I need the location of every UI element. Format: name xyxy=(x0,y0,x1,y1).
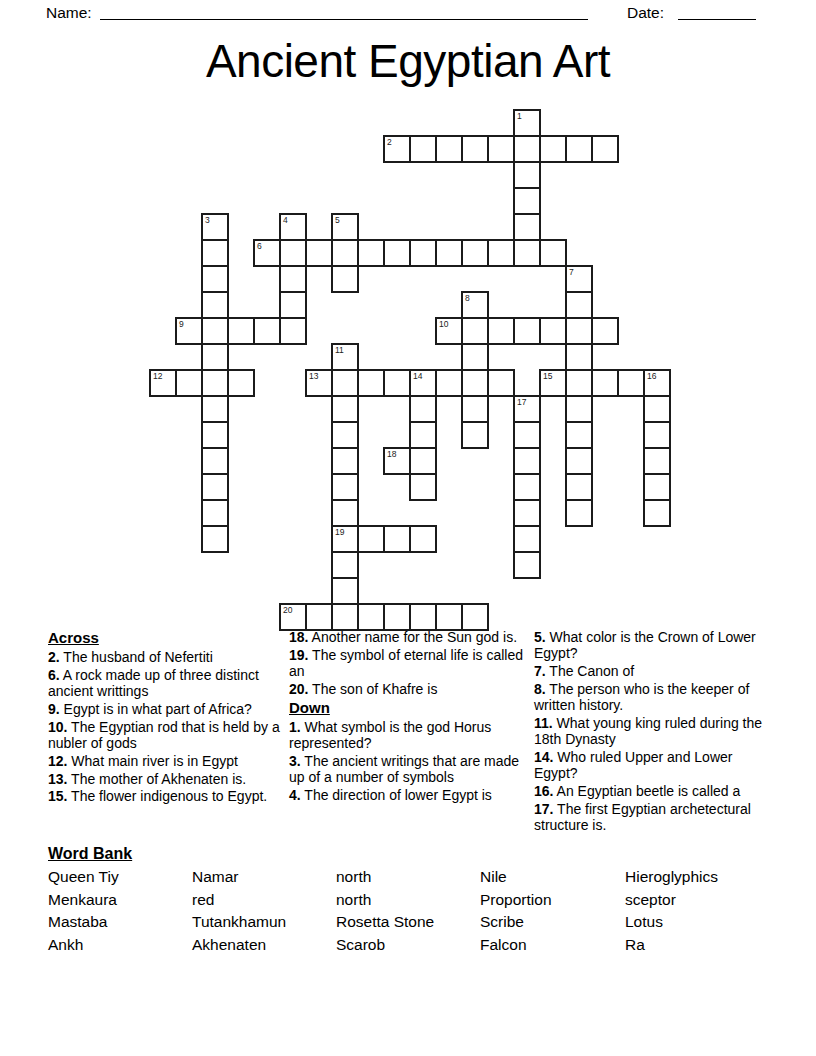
clue-number-18: 18 xyxy=(387,449,396,459)
grid-cell-r8c15[interactable] xyxy=(539,317,567,345)
grid-cell-r12c7[interactable] xyxy=(331,421,359,449)
word-bank-item-r2c0: Mastaba xyxy=(48,913,192,936)
grid-cell-r14c2[interactable] xyxy=(201,473,229,501)
grid-cell-r7c5[interactable] xyxy=(279,291,307,319)
grid-cell-r5c9[interactable] xyxy=(383,239,411,267)
grid-cell-r8c3[interactable] xyxy=(227,317,255,345)
grid-cell-r19c5[interactable]: 20 xyxy=(279,603,307,631)
word-bank-item-r3c3: Falcon xyxy=(480,936,625,959)
grid-cell-r1c14[interactable] xyxy=(513,135,541,163)
grid-cell-r18c7[interactable] xyxy=(331,577,359,605)
word-bank-item-r0c3: Nile xyxy=(480,868,625,891)
grid-cell-r5c4[interactable]: 6 xyxy=(253,239,281,267)
grid-cell-r5c10[interactable] xyxy=(409,239,437,267)
clue-number-2: 2 xyxy=(387,137,392,147)
grid-cell-r2c14[interactable] xyxy=(513,161,541,189)
grid-cell-r1c11[interactable] xyxy=(435,135,463,163)
grid-cell-r5c5[interactable] xyxy=(279,239,307,267)
grid-cell-r0c14[interactable]: 1 xyxy=(513,109,541,137)
grid-cell-r19c9[interactable] xyxy=(383,603,411,631)
clue-down-7: 7. The Canon of xyxy=(534,663,772,679)
grid-cell-r10c11[interactable] xyxy=(435,369,463,397)
clues-column-down: 5. What color is the Crown of Lower Egyp… xyxy=(534,629,772,835)
grid-cell-r3c14[interactable] xyxy=(513,187,541,215)
grid-cell-r1c17[interactable] xyxy=(591,135,619,163)
clue-down-4: 4. The direction of lower Egypt is xyxy=(289,787,527,803)
clue-number-1: 1 xyxy=(517,111,522,121)
clue-across-6: 6. A rock made up of three distinct anci… xyxy=(48,667,280,700)
name-label: Name: xyxy=(46,4,92,22)
date-label: Date: xyxy=(627,4,664,22)
grid-cell-r15c19[interactable] xyxy=(643,499,671,527)
grid-cell-r10c17[interactable] xyxy=(591,369,619,397)
grid-cell-r16c8[interactable] xyxy=(357,525,385,553)
grid-cell-r10c12[interactable] xyxy=(461,369,489,397)
grid-cell-r15c14[interactable] xyxy=(513,499,541,527)
clue-number-3: 3 xyxy=(205,215,210,225)
clue-number-20: 20 xyxy=(283,605,292,615)
grid-cell-r10c19[interactable]: 16 xyxy=(643,369,671,397)
grid-cell-r1c15[interactable] xyxy=(539,135,567,163)
clue-down-14: 14. Who ruled Upper and Lower Egypt? xyxy=(534,749,772,782)
grid-cell-r4c2[interactable]: 3 xyxy=(201,213,229,241)
clue-down-1: 1. What symbol is the god Horus represen… xyxy=(289,719,527,752)
grid-cell-r16c2[interactable] xyxy=(201,525,229,553)
clue-across-9: 9. Egypt is in what part of Africa? xyxy=(48,701,280,717)
grid-cell-r16c10[interactable] xyxy=(409,525,437,553)
grid-cell-r10c18[interactable] xyxy=(617,369,645,397)
clue-across-13: 13. The mother of Akhenaten is. xyxy=(48,771,280,787)
grid-cell-r12c12[interactable] xyxy=(461,421,489,449)
grid-cell-r10c0[interactable]: 12 xyxy=(149,369,177,397)
word-bank-label: Word Bank xyxy=(48,845,132,863)
clue-number-13: 13 xyxy=(309,371,318,381)
grid-cell-r5c2[interactable] xyxy=(201,239,229,267)
grid-cell-r8c17[interactable] xyxy=(591,317,619,345)
word-bank-item-r1c0: Menkaura xyxy=(48,891,192,914)
grid-cell-r8c12[interactable] xyxy=(461,317,489,345)
clue-number-7: 7 xyxy=(569,267,574,277)
grid-cell-r10c13[interactable] xyxy=(487,369,515,397)
grid-cell-r7c12[interactable]: 8 xyxy=(461,291,489,319)
grid-cell-r8c1[interactable]: 9 xyxy=(175,317,203,345)
grid-cell-r6c5[interactable] xyxy=(279,265,307,293)
clue-down-8: 8. The person who is the keeper of writt… xyxy=(534,681,772,714)
grid-cell-r10c3[interactable] xyxy=(227,369,255,397)
word-bank-item-r1c1: red xyxy=(192,891,336,914)
clue-number-12: 12 xyxy=(153,371,162,381)
grid-cell-r12c19[interactable] xyxy=(643,421,671,449)
grid-cell-r5c8[interactable] xyxy=(357,239,385,267)
grid-cell-r10c7[interactable] xyxy=(331,369,359,397)
grid-cell-r10c9[interactable] xyxy=(383,369,411,397)
clue-down-5: 5. What color is the Crown of Lower Egyp… xyxy=(534,629,772,662)
grid-cell-r8c13[interactable] xyxy=(487,317,515,345)
grid-cell-r13c2[interactable] xyxy=(201,447,229,475)
word-bank-item-r2c3: Scribe xyxy=(480,913,625,936)
grid-cell-r4c5[interactable]: 4 xyxy=(279,213,307,241)
grid-cell-r5c13[interactable] xyxy=(487,239,515,267)
grid-cell-r6c2[interactable] xyxy=(201,265,229,293)
grid-cell-r11c19[interactable] xyxy=(643,395,671,423)
across-header: Across xyxy=(48,629,280,646)
grid-cell-r1c9[interactable]: 2 xyxy=(383,135,411,163)
grid-cell-r9c16[interactable] xyxy=(565,343,593,371)
clue-number-17: 17 xyxy=(517,397,526,407)
grid-cell-r19c12[interactable] xyxy=(461,603,489,631)
grid-cell-r16c7[interactable]: 19 xyxy=(331,525,359,553)
clue-number-5: 5 xyxy=(335,215,340,225)
grid-cell-r1c16[interactable] xyxy=(565,135,593,163)
grid-cell-r1c12[interactable] xyxy=(461,135,489,163)
grid-cell-r13c14[interactable] xyxy=(513,447,541,475)
grid-cell-r5c15[interactable] xyxy=(539,239,567,267)
word-bank-item-r0c1: Namar xyxy=(192,868,336,891)
grid-cell-r13c10[interactable] xyxy=(409,447,437,475)
grid-cell-r19c7[interactable] xyxy=(331,603,359,631)
clue-number-16: 16 xyxy=(647,371,656,381)
clue-across-2: 2. The husband of Nefertiti xyxy=(48,649,280,665)
clue-number-15: 15 xyxy=(543,371,552,381)
clue-down-11: 11. What young king ruled during the 18t… xyxy=(534,715,772,748)
grid-cell-r15c2[interactable] xyxy=(201,499,229,527)
clue-across-12: 12. What main river is in Egypt xyxy=(48,753,280,769)
grid-cell-r10c16[interactable] xyxy=(565,369,593,397)
grid-cell-r9c2[interactable] xyxy=(201,343,229,371)
word-bank-item-r0c4: Hieroglyphics xyxy=(625,868,765,891)
grid-cell-r8c11[interactable]: 10 xyxy=(435,317,463,345)
word-bank-item-r2c2: Rosetta Stone xyxy=(336,913,480,936)
grid-cell-r8c16[interactable] xyxy=(565,317,593,345)
grid-cell-r15c16[interactable] xyxy=(565,499,593,527)
grid-cell-r10c2[interactable] xyxy=(201,369,229,397)
grid-cell-r12c16[interactable] xyxy=(565,421,593,449)
date-input-line[interactable] xyxy=(678,3,756,20)
grid-cell-r17c7[interactable] xyxy=(331,551,359,579)
grid-cell-r5c14[interactable] xyxy=(513,239,541,267)
name-input-line[interactable] xyxy=(100,3,588,20)
grid-cell-r11c16[interactable] xyxy=(565,395,593,423)
grid-cell-r16c9[interactable] xyxy=(383,525,411,553)
grid-cell-r19c8[interactable] xyxy=(357,603,385,631)
clue-down-3: 3. The ancient writings that are made up… xyxy=(289,753,527,786)
grid-cell-r8c4[interactable] xyxy=(253,317,281,345)
grid-cell-r11c7[interactable] xyxy=(331,395,359,423)
grid-cell-r1c13[interactable] xyxy=(487,135,515,163)
grid-cell-r11c14[interactable]: 17 xyxy=(513,395,541,423)
grid-cell-r14c19[interactable] xyxy=(643,473,671,501)
grid-cell-r10c15[interactable]: 15 xyxy=(539,369,567,397)
grid-cell-r19c10[interactable] xyxy=(409,603,437,631)
grid-cell-r5c7[interactable] xyxy=(331,239,359,267)
grid-cell-r6c16[interactable]: 7 xyxy=(565,265,593,293)
grid-cell-r10c10[interactable]: 14 xyxy=(409,369,437,397)
clue-across-19: 19. The symbol of eternal life is called… xyxy=(289,647,527,680)
word-bank-item-r3c1: Akhenaten xyxy=(192,936,336,959)
word-bank-item-r0c2: north xyxy=(336,868,480,891)
grid-cell-r5c12[interactable] xyxy=(461,239,489,267)
clues-column-middle: 18. Another name for the Sun god is.19. … xyxy=(289,629,527,805)
grid-cell-r16c14[interactable] xyxy=(513,525,541,553)
grid-cell-r4c14[interactable] xyxy=(513,213,541,241)
grid-cell-r8c5[interactable] xyxy=(279,317,307,345)
clue-number-8: 8 xyxy=(465,293,470,303)
grid-cell-r14c14[interactable] xyxy=(513,473,541,501)
grid-cell-r7c2[interactable] xyxy=(201,291,229,319)
grid-cell-r15c7[interactable] xyxy=(331,499,359,527)
grid-cell-r12c10[interactable] xyxy=(409,421,437,449)
word-bank-item-r3c4: Ra xyxy=(625,936,765,959)
clue-number-6: 6 xyxy=(257,241,262,251)
clue-number-4: 4 xyxy=(283,215,288,225)
word-bank-item-r1c3: Proportion xyxy=(480,891,625,914)
clue-number-10: 10 xyxy=(439,319,448,329)
grid-cell-r11c2[interactable] xyxy=(201,395,229,423)
grid-cell-r4c7[interactable]: 5 xyxy=(331,213,359,241)
grid-cell-r14c10[interactable] xyxy=(409,473,437,501)
clue-across-18: 18. Another name for the Sun god is. xyxy=(289,629,527,645)
grid-cell-r5c6[interactable] xyxy=(305,239,333,267)
puzzle-title: Ancient Egyptian Art xyxy=(0,34,816,88)
grid-cell-r7c16[interactable] xyxy=(565,291,593,319)
clue-number-9: 9 xyxy=(179,319,184,329)
grid-cell-r13c9[interactable]: 18 xyxy=(383,447,411,475)
word-bank-item-r2c4: Lotus xyxy=(625,913,765,936)
grid-cell-r8c2[interactable] xyxy=(201,317,229,345)
grid-cell-r8c14[interactable] xyxy=(513,317,541,345)
clue-across-20: 20. The son of Khafre is xyxy=(289,681,527,697)
clue-across-15: 15. The flower indigenous to Egypt. xyxy=(48,788,280,804)
grid-cell-r17c14[interactable] xyxy=(513,551,541,579)
grid-cell-r13c7[interactable] xyxy=(331,447,359,475)
grid-cell-r19c6[interactable] xyxy=(305,603,333,631)
grid-cell-r9c7[interactable]: 11 xyxy=(331,343,359,371)
word-bank-item-r2c1: Tutankhamun xyxy=(192,913,336,936)
word-bank-item-r1c4: sceptor xyxy=(625,891,765,914)
grid-cell-r10c1[interactable] xyxy=(175,369,203,397)
word-bank-item-r0c0: Queen Tiy xyxy=(48,868,192,891)
word-bank-words: Queen TiyNamarnorthNileHieroglyphicsMenk… xyxy=(48,868,765,958)
word-bank-item-r3c0: Ankh xyxy=(48,936,192,959)
clue-number-14: 14 xyxy=(413,371,422,381)
grid-cell-r19c11[interactable] xyxy=(435,603,463,631)
clue-down-17: 17. The first Egyptian archetectural str… xyxy=(534,801,772,834)
clues-column-across: Across2. The husband of Nefertiti6. A ro… xyxy=(48,629,280,806)
down-header: Down xyxy=(289,699,527,716)
grid-cell-r12c2[interactable] xyxy=(201,421,229,449)
grid-cell-r1c10[interactable] xyxy=(409,135,437,163)
grid-cell-r13c16[interactable] xyxy=(565,447,593,475)
clue-number-11: 11 xyxy=(335,345,344,355)
clue-down-16: 16. An Egyptian beetle is called a xyxy=(534,783,772,799)
word-bank-item-r1c2: north xyxy=(336,891,480,914)
grid-cell-r13c19[interactable] xyxy=(643,447,671,475)
crossword-grid[interactable]: 1234567891011121314151617181920 xyxy=(150,110,672,632)
grid-cell-r12c14[interactable] xyxy=(513,421,541,449)
clue-number-19: 19 xyxy=(335,527,344,537)
grid-cell-r10c8[interactable] xyxy=(357,369,385,397)
grid-cell-r5c11[interactable] xyxy=(435,239,463,267)
grid-cell-r11c10[interactable] xyxy=(409,395,437,423)
grid-cell-r14c16[interactable] xyxy=(565,473,593,501)
word-bank-item-r3c2: Scarob xyxy=(336,936,480,959)
grid-cell-r14c7[interactable] xyxy=(331,473,359,501)
grid-cell-r9c12[interactable] xyxy=(461,343,489,371)
clue-across-10: 10. The Egyptian rod that is held by a n… xyxy=(48,719,280,752)
grid-cell-r10c6[interactable]: 13 xyxy=(305,369,333,397)
grid-cell-r11c12[interactable] xyxy=(461,395,489,423)
grid-cell-r6c7[interactable] xyxy=(331,265,359,293)
